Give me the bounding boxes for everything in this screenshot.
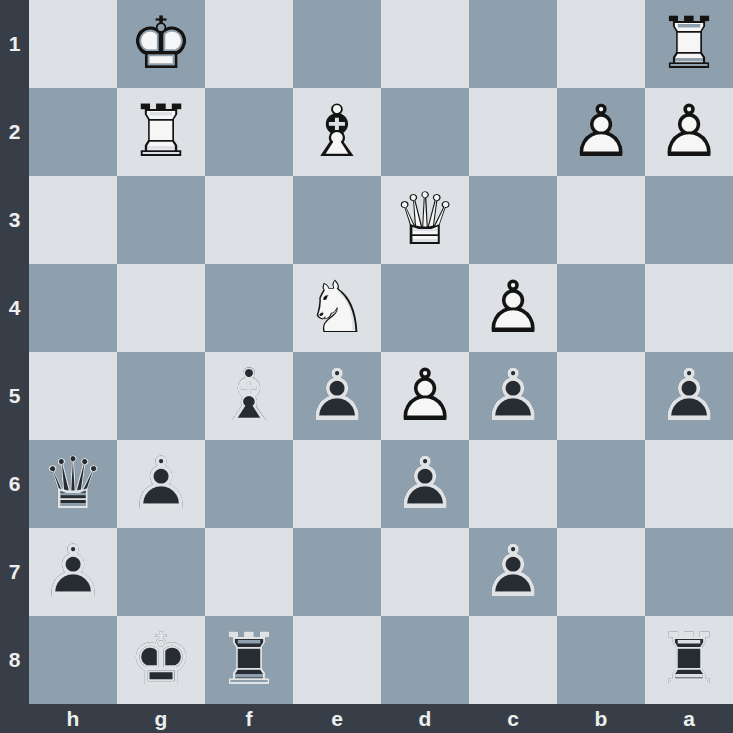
black-pawn-glyph-fill: ♟ <box>469 352 557 440</box>
black-pawn-glyph-fill: ♟ <box>645 352 733 440</box>
white-pawn-glyph-fill: ♟ <box>557 88 645 176</box>
black-rook[interactable]: ♜♖ <box>205 616 293 704</box>
square-f8[interactable]: ♜♖ <box>205 616 293 704</box>
black-bishop-glyph-outline: ♗ <box>205 352 293 440</box>
white-pawn[interactable]: ♟♙ <box>381 352 469 440</box>
black-rook-glyph-outline: ♖ <box>645 616 733 704</box>
square-b4[interactable] <box>557 264 645 352</box>
file-label-c: c <box>469 704 557 733</box>
black-pawn-glyph-fill: ♟ <box>117 440 205 528</box>
square-f2[interactable] <box>205 88 293 176</box>
rank-label-3: 3 <box>0 176 29 264</box>
rank-label-1: 1 <box>0 0 29 88</box>
square-a4[interactable] <box>645 264 733 352</box>
square-g7[interactable] <box>117 528 205 616</box>
square-d8[interactable] <box>381 616 469 704</box>
square-b6[interactable] <box>557 440 645 528</box>
rank-label-2: 2 <box>0 88 29 176</box>
square-g6[interactable]: ♟♙ <box>117 440 205 528</box>
square-e1[interactable] <box>293 0 381 88</box>
black-king-glyph-outline: ♔ <box>117 616 205 704</box>
square-h3[interactable] <box>29 176 117 264</box>
file-label-a: a <box>645 704 733 733</box>
white-bishop-glyph-fill: ♝ <box>293 88 381 176</box>
square-e6[interactable] <box>293 440 381 528</box>
square-a6[interactable] <box>645 440 733 528</box>
white-knight-glyph-fill: ♞ <box>293 264 381 352</box>
square-c8[interactable] <box>469 616 557 704</box>
square-c7[interactable]: ♟♙ <box>469 528 557 616</box>
square-b3[interactable] <box>557 176 645 264</box>
white-pawn[interactable]: ♟♙ <box>557 88 645 176</box>
square-e8[interactable] <box>293 616 381 704</box>
square-a1[interactable]: ♜♖ <box>645 0 733 88</box>
white-bishop[interactable]: ♝♗ <box>293 88 381 176</box>
square-f7[interactable] <box>205 528 293 616</box>
square-b7[interactable] <box>557 528 645 616</box>
black-queen-glyph-fill: ♛ <box>29 440 117 528</box>
white-pawn-glyph-outline: ♙ <box>469 264 557 352</box>
square-h8[interactable] <box>29 616 117 704</box>
square-a2[interactable]: ♟♙ <box>645 88 733 176</box>
square-c3[interactable] <box>469 176 557 264</box>
white-pawn-glyph-outline: ♙ <box>645 88 733 176</box>
white-knight-glyph-outline: ♘ <box>293 264 381 352</box>
black-queen-glyph-outline: ♕ <box>29 440 117 528</box>
square-g2[interactable]: ♜♖ <box>117 88 205 176</box>
file-label-f: f <box>205 704 293 733</box>
square-a8[interactable]: ♜♖ <box>645 616 733 704</box>
white-queen-glyph-fill: ♛ <box>381 176 469 264</box>
white-rook-glyph-fill: ♜ <box>645 0 733 88</box>
black-bishop[interactable]: ♝♗ <box>205 352 293 440</box>
file-label-e: e <box>293 704 381 733</box>
black-rook[interactable]: ♜♖ <box>645 616 733 704</box>
white-rook[interactable]: ♜♖ <box>117 88 205 176</box>
square-d7[interactable] <box>381 528 469 616</box>
black-king[interactable]: ♚♔ <box>117 616 205 704</box>
black-pawn-glyph-outline: ♙ <box>645 352 733 440</box>
square-d2[interactable] <box>381 88 469 176</box>
square-d3[interactable]: ♛♕ <box>381 176 469 264</box>
square-d1[interactable] <box>381 0 469 88</box>
black-pawn-glyph-outline: ♙ <box>293 352 381 440</box>
square-h5[interactable] <box>29 352 117 440</box>
square-f5[interactable]: ♝♗ <box>205 352 293 440</box>
black-pawn-glyph-outline: ♙ <box>469 352 557 440</box>
chess-board-frame: 1♚♔♜♖2♜♖♝♗♟♙♟♙3♛♕4♞♘♟♙5♝♗♟♙♟♙♟♙♟♙6♛♕♟♙♟♙… <box>0 0 733 733</box>
square-c2[interactable] <box>469 88 557 176</box>
white-pawn-glyph-fill: ♟ <box>381 352 469 440</box>
square-f4[interactable] <box>205 264 293 352</box>
white-pawn[interactable]: ♟♙ <box>469 264 557 352</box>
rank-label-7: 7 <box>0 528 29 616</box>
square-h2[interactable] <box>29 88 117 176</box>
square-f3[interactable] <box>205 176 293 264</box>
black-pawn-glyph-fill: ♟ <box>293 352 381 440</box>
square-h1[interactable] <box>29 0 117 88</box>
white-bishop-glyph-outline: ♗ <box>293 88 381 176</box>
square-c5[interactable]: ♟♙ <box>469 352 557 440</box>
square-c1[interactable] <box>469 0 557 88</box>
white-king[interactable]: ♚♔ <box>117 0 205 88</box>
white-pawn[interactable]: ♟♙ <box>645 88 733 176</box>
black-queen[interactable]: ♛♕ <box>29 440 117 528</box>
rank-label-4: 4 <box>0 264 29 352</box>
file-label-d: d <box>381 704 469 733</box>
square-b2[interactable]: ♟♙ <box>557 88 645 176</box>
square-e3[interactable] <box>293 176 381 264</box>
square-e2[interactable]: ♝♗ <box>293 88 381 176</box>
square-d4[interactable] <box>381 264 469 352</box>
black-pawn[interactable]: ♟♙ <box>469 528 557 616</box>
black-pawn-glyph-outline: ♙ <box>29 528 117 616</box>
square-a5[interactable]: ♟♙ <box>645 352 733 440</box>
black-pawn[interactable]: ♟♙ <box>293 352 381 440</box>
square-e4[interactable]: ♞♘ <box>293 264 381 352</box>
square-a7[interactable] <box>645 528 733 616</box>
black-bishop-glyph-fill: ♝ <box>205 352 293 440</box>
square-a3[interactable] <box>645 176 733 264</box>
black-rook-glyph-fill: ♜ <box>645 616 733 704</box>
rank-label-6: 6 <box>0 440 29 528</box>
board-corner <box>0 704 29 733</box>
black-pawn[interactable]: ♟♙ <box>29 528 117 616</box>
square-b8[interactable] <box>557 616 645 704</box>
square-h4[interactable] <box>29 264 117 352</box>
square-c6[interactable] <box>469 440 557 528</box>
black-pawn[interactable]: ♟♙ <box>381 440 469 528</box>
black-pawn[interactable]: ♟♙ <box>469 352 557 440</box>
black-pawn-glyph-outline: ♙ <box>117 440 205 528</box>
white-pawn-glyph-outline: ♙ <box>381 352 469 440</box>
black-rook-glyph-fill: ♜ <box>205 616 293 704</box>
black-pawn-glyph-fill: ♟ <box>469 528 557 616</box>
square-g3[interactable] <box>117 176 205 264</box>
square-g1[interactable]: ♚♔ <box>117 0 205 88</box>
file-label-b: b <box>557 704 645 733</box>
file-label-h: h <box>29 704 117 733</box>
chess-board: 1♚♔♜♖2♜♖♝♗♟♙♟♙3♛♕4♞♘♟♙5♝♗♟♙♟♙♟♙♟♙6♛♕♟♙♟♙… <box>0 0 733 733</box>
white-queen-glyph-outline: ♕ <box>381 176 469 264</box>
square-f6[interactable] <box>205 440 293 528</box>
black-pawn-glyph-fill: ♟ <box>29 528 117 616</box>
file-label-g: g <box>117 704 205 733</box>
square-e7[interactable] <box>293 528 381 616</box>
square-f1[interactable] <box>205 0 293 88</box>
white-rook-glyph-fill: ♜ <box>117 88 205 176</box>
square-c4[interactable]: ♟♙ <box>469 264 557 352</box>
white-king-glyph-outline: ♔ <box>117 0 205 88</box>
square-g5[interactable] <box>117 352 205 440</box>
black-pawn[interactable]: ♟♙ <box>645 352 733 440</box>
white-queen[interactable]: ♛♕ <box>381 176 469 264</box>
square-b5[interactable] <box>557 352 645 440</box>
black-pawn-glyph-outline: ♙ <box>381 440 469 528</box>
rank-label-5: 5 <box>0 352 29 440</box>
black-king-glyph-fill: ♚ <box>117 616 205 704</box>
white-pawn-glyph-outline: ♙ <box>557 88 645 176</box>
white-rook[interactable]: ♜♖ <box>645 0 733 88</box>
white-rook-glyph-outline: ♖ <box>117 88 205 176</box>
black-pawn[interactable]: ♟♙ <box>117 440 205 528</box>
white-pawn-glyph-fill: ♟ <box>469 264 557 352</box>
white-king-glyph-fill: ♚ <box>117 0 205 88</box>
square-b1[interactable] <box>557 0 645 88</box>
square-d5[interactable]: ♟♙ <box>381 352 469 440</box>
white-pawn-glyph-fill: ♟ <box>645 88 733 176</box>
black-pawn-glyph-outline: ♙ <box>469 528 557 616</box>
rank-label-8: 8 <box>0 616 29 704</box>
square-g8[interactable]: ♚♔ <box>117 616 205 704</box>
white-rook-glyph-outline: ♖ <box>645 0 733 88</box>
square-g4[interactable] <box>117 264 205 352</box>
square-d6[interactable]: ♟♙ <box>381 440 469 528</box>
white-knight[interactable]: ♞♘ <box>293 264 381 352</box>
black-pawn-glyph-fill: ♟ <box>381 440 469 528</box>
square-h6[interactable]: ♛♕ <box>29 440 117 528</box>
square-h7[interactable]: ♟♙ <box>29 528 117 616</box>
square-e5[interactable]: ♟♙ <box>293 352 381 440</box>
black-rook-glyph-outline: ♖ <box>205 616 293 704</box>
